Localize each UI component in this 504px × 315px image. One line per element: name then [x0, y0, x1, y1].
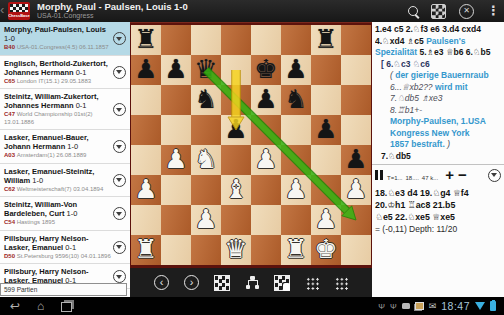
chat-notification-icon — [402, 303, 410, 310]
square-a2[interactable] — [131, 205, 161, 235]
square-d3[interactable]: ♝ — [221, 175, 251, 205]
piece-black-pawn-h4[interactable]: ♟ — [341, 145, 371, 175]
prev-move-button[interactable]: ‹ — [154, 275, 169, 290]
mail-notification-icon: ✉ — [429, 301, 437, 311]
notation-line: [ 6.♘c3 ♘c6 — [375, 59, 502, 71]
engine-lines-plus-button[interactable]: + — [445, 168, 454, 182]
game-detail: C47 World Championship 01st(2) 13.01.188… — [4, 111, 111, 126]
move-text[interactable]: 5.♗e3 ♕b6 6.♘b5 — [419, 47, 490, 57]
piece-black-king-e7[interactable]: ♚ — [251, 55, 281, 85]
square-d2[interactable] — [221, 205, 251, 235]
square-g7[interactable] — [311, 55, 341, 85]
piece-white-pawn-e4[interactable]: ♟ — [251, 145, 281, 175]
square-e5[interactable] — [251, 115, 281, 145]
square-h3[interactable]: ♟ — [341, 175, 371, 205]
square-f3[interactable]: ♟ — [281, 175, 311, 205]
square-b3[interactable] — [161, 175, 191, 205]
blindfold-pieces-icon[interactable] — [334, 276, 348, 290]
annotation-text: der gierige Bauernraub — [395, 70, 489, 80]
chevron-down-icon[interactable] — [113, 32, 126, 45]
board-mode-icon[interactable] — [214, 275, 230, 291]
engine-status-label: T=1... — [387, 175, 403, 181]
chevron-down-icon[interactable] — [113, 241, 126, 254]
square-g1[interactable]: ♚ — [311, 235, 341, 265]
square-f8[interactable] — [281, 25, 311, 55]
square-d7[interactable] — [221, 55, 251, 85]
piece-white-queen-d1[interactable]: ♛ — [221, 235, 251, 265]
notation-line: 7.♘db5 — [375, 151, 502, 163]
annotation-text: Paulsen's — [426, 36, 465, 46]
square-f7[interactable]: ♟ — [281, 55, 311, 85]
game-list-item-1[interactable]: Morphy, Paul-Paulsen, Louis 1-0B40 USA-0… — [0, 22, 130, 56]
back-caret[interactable]: ‹ — [0, 2, 4, 17]
eco-code: C54 — [4, 219, 17, 225]
game-players: Pillsbury, Harry Nelson-Lasker, Emanuel … — [4, 234, 111, 252]
piece-white-knight-c4[interactable]: ♞ — [191, 145, 221, 175]
square-c8[interactable] — [191, 25, 221, 55]
move-text[interactable]: [ 6.♘c3 ♘c6 — [381, 59, 430, 69]
square-d4[interactable] — [221, 145, 251, 175]
android-back-button[interactable]: ↩ — [10, 298, 20, 314]
engine-icon[interactable]: ✕ — [459, 4, 474, 19]
square-a8[interactable]: ♜ — [131, 25, 161, 55]
square-c6[interactable]: ♞ — [191, 85, 221, 115]
piece-white-bishop-d3[interactable]: ♝ — [221, 175, 251, 205]
variation-tree-icon[interactable] — [245, 276, 259, 290]
eco-code: C47 — [4, 111, 17, 117]
game-players: Lasker, Emanuel-Bauer, Johann Hermann 1-… — [4, 133, 111, 151]
piece-black-knight-c6[interactable]: ♞ — [191, 85, 221, 115]
piece-white-pawn-f3[interactable]: ♟ — [281, 175, 311, 205]
square-a4[interactable] — [131, 145, 161, 175]
square-f1[interactable]: ♜ — [281, 235, 311, 265]
system-bar: ↩ ⌂ Ψ Ψ ✉ 18:47 — [0, 297, 504, 315]
board: ♜♜♟♟♛♚♟♞♟♞♟♟♟♞♟♟♟♝♟♟♟♟♜♛♜♚ — [131, 25, 371, 265]
piece-white-pawn-h3[interactable]: ♟ — [341, 175, 371, 205]
setup-position-icon[interactable] — [274, 275, 290, 291]
move-text[interactable]: 7.♘db5 — [381, 151, 411, 161]
clock: 18:47 — [441, 300, 470, 312]
square-h4[interactable]: ♟ — [341, 145, 371, 175]
game-list-item-3[interactable]: Steinitz, William-Zukertort, Johannes He… — [0, 89, 130, 130]
square-e8[interactable] — [251, 25, 281, 55]
engine-lines-minus-button[interactable]: − — [458, 168, 467, 182]
square-e2[interactable] — [251, 205, 281, 235]
notation-line: 1857 bestraft. ) — [375, 139, 502, 151]
game-result: 0-1 — [76, 101, 87, 110]
notation: 1.e4 c5 2.♘f3 e6 3.d4 cxd44.♘xd4 ♗c5 Pau… — [372, 22, 504, 162]
move-text[interactable]: 4.♘xd4 ♗c5 — [375, 36, 426, 46]
square-f4[interactable] — [281, 145, 311, 175]
square-e1[interactable] — [251, 235, 281, 265]
engine-status-labels: T=1...18....47 k... — [387, 166, 441, 184]
game-list-item-5[interactable]: Lasker, Emanuel-Steinitz, William 1-0C62… — [0, 164, 130, 198]
annotation-text: 1857 bestraft. — [390, 139, 447, 149]
game-list-item-2[interactable]: Englisch, Berthold-Zukertort, Johannes H… — [0, 56, 130, 90]
square-g5[interactable]: ♟ — [311, 115, 341, 145]
notation-line: 7.♘db5 ♗xe3 — [375, 93, 502, 105]
overflow-menu-icon[interactable]: ⋮ — [487, 1, 500, 21]
eco-code: C62 — [4, 186, 17, 192]
square-b6[interactable] — [161, 85, 191, 115]
engine-status-label: 47 k... — [422, 175, 438, 181]
square-g6[interactable] — [311, 85, 341, 115]
square-c7[interactable]: ♛ — [191, 55, 221, 85]
usb-notification-icon: Ψ — [378, 302, 385, 311]
page-title: Morphy, Paul - Paulsen, Louis 1-0 — [37, 1, 188, 12]
piece-black-pawn-g5[interactable]: ♟ — [311, 115, 341, 145]
piece-black-knight-f6[interactable]: ♞ — [281, 85, 311, 115]
square-b8[interactable] — [161, 25, 191, 55]
board-toolbar: ‹ › — [130, 268, 372, 297]
piece-white-rook-a1[interactable]: ♜ — [131, 235, 161, 265]
square-b2[interactable] — [161, 205, 191, 235]
engine-status-label: 18.... — [406, 175, 419, 181]
game-detail: C54 Hastings 1895 — [4, 219, 111, 227]
piece-black-rook-g8[interactable]: ♜ — [311, 25, 341, 55]
square-d6[interactable] — [221, 85, 251, 115]
notation-line: 6...♕xb2?? wird mit — [375, 82, 502, 94]
move-text[interactable]: 7.♘db5 ♗xe3 — [390, 93, 443, 103]
chevron-down-icon[interactable] — [113, 140, 126, 153]
game-list-item-7[interactable]: Pillsbury, Harry Nelson-Lasker, Emanuel … — [0, 231, 130, 265]
page-subtitle: USA-01.Congress — [37, 12, 188, 20]
square-c2[interactable]: ♟ — [191, 205, 221, 235]
square-c1[interactable] — [191, 235, 221, 265]
game-detail: C62 Weltmeisterschaft(7) 03.04.1894 — [4, 186, 111, 194]
game-result: 1-0 — [67, 142, 78, 151]
square-f6[interactable]: ♞ — [281, 85, 311, 115]
game-result: 0-1 — [65, 243, 76, 252]
chevron-down-icon[interactable] — [113, 174, 126, 187]
notation-line: ( der gierige Bauernraub — [375, 70, 502, 82]
engine-eval: = (-0,11) Depth: 11/20 — [375, 223, 502, 235]
eco-code: B40 — [4, 44, 17, 50]
square-f5[interactable] — [281, 115, 311, 145]
square-d1[interactable]: ♛ — [221, 235, 251, 265]
chevron-down-icon[interactable] — [113, 66, 126, 79]
engine-pv-line[interactable]: 20.♔h1 ♖ac8 21.b5 — [375, 199, 502, 211]
chevron-down-icon[interactable] — [113, 207, 126, 220]
piece-black-pawn-d5[interactable]: ♟ — [221, 115, 251, 145]
next-move-button[interactable]: › — [184, 275, 199, 290]
usb-debug-icon: Ψ — [390, 302, 397, 311]
game-result: 1-0 — [67, 209, 78, 218]
square-e4[interactable]: ♟ — [251, 145, 281, 175]
app-logo-chessbase[interactable]: ChessBase — [8, 2, 30, 20]
engine-toolbar: T=1...18....47 k... + − — [372, 164, 504, 185]
search-icon[interactable] — [408, 6, 418, 16]
piece-white-pawn-g2[interactable]: ♟ — [311, 205, 341, 235]
square-h7[interactable] — [341, 55, 371, 85]
piece-white-pawn-c2[interactable]: ♟ — [191, 205, 221, 235]
game-result: 1-0 — [4, 34, 15, 43]
square-h5[interactable] — [341, 115, 371, 145]
piece-black-pawn-e6[interactable]: ♟ — [251, 85, 281, 115]
board-frame: ♜♜♟♟♛♚♟♞♟♞♟♟♟♞♟♟♟♝♟♟♟♟♜♛♜♚ — [130, 22, 372, 268]
game-players: Steinitz, William-Von Bardeleben, Curt 1… — [4, 200, 111, 218]
game-detail: D50 St.Petersburg 9596(10) 04.01.1896 — [4, 253, 111, 261]
game-list-item-4[interactable]: Lasker, Emanuel-Bauer, Johann Hermann 1-… — [0, 130, 130, 164]
annotation-text: Kongress New York — [390, 128, 470, 138]
game-count-status: 599 Partien — [0, 283, 127, 296]
game-detail: C65 London IT(15.1) 29.05.1883 — [4, 78, 111, 86]
notation-line: Spezialität 5.♗e3 ♕b6 6.♘b5 — [375, 47, 502, 59]
game-players: Steinitz, William-Zukertort, Johannes He… — [4, 92, 111, 110]
game-players: Englisch, Berthold-Zukertort, Johannes H… — [4, 59, 111, 77]
annotation-text: wird mit — [435, 82, 468, 92]
logo-checkerboard — [10, 4, 28, 12]
square-e6[interactable]: ♟ — [251, 85, 281, 115]
notation-panel: 1.e4 c5 2.♘f3 e6 3.d4 cxd44.♘xd4 ♗c5 Pau… — [372, 22, 504, 297]
square-c3[interactable] — [191, 175, 221, 205]
eco-code: C65 — [4, 78, 17, 84]
game-detail: B40 USA-01.Congress(4.5) 06.11.1857 — [4, 44, 111, 52]
square-h2[interactable] — [341, 205, 371, 235]
square-d5[interactable]: ♟ — [221, 115, 251, 145]
android-home-button[interactable]: ⌂ — [37, 298, 44, 314]
square-c5[interactable] — [191, 115, 221, 145]
square-a5[interactable] — [131, 115, 161, 145]
engine-dropdown-icon[interactable] — [488, 169, 501, 182]
piece-black-pawn-f7[interactable]: ♟ — [281, 55, 311, 85]
game-list-item-6[interactable]: Steinitz, William-Von Bardeleben, Curt 1… — [0, 197, 130, 231]
game-detail: A03 Amsterdam(1) 26.08.1889 — [4, 152, 111, 160]
chevron-down-icon[interactable] — [113, 103, 126, 116]
piece-white-king-g1[interactable]: ♚ — [311, 235, 341, 265]
square-d8[interactable] — [221, 25, 251, 55]
piece-black-pawn-a7[interactable]: ♟ — [131, 55, 161, 85]
square-h8[interactable] — [341, 25, 371, 55]
game-players: Lasker, Emanuel-Steinitz, William 1-0 — [4, 167, 111, 185]
square-b7[interactable]: ♟ — [161, 55, 191, 85]
notation-line: 1.e4 c5 2.♘f3 e6 3.d4 cxd4 — [375, 24, 502, 36]
annotation-text: Spezialität — [375, 47, 419, 57]
logo-brand-text: ChessBase — [8, 13, 30, 18]
square-g3[interactable] — [311, 175, 341, 205]
notation-line: 4.♘xd4 ♗c5 Paulsen's — [375, 36, 502, 48]
notation-line: Kongress New York — [375, 128, 502, 140]
engine-pv-line[interactable]: ♘e5 22.♘xe5 ♕xe5 — [375, 211, 502, 223]
square-a7[interactable]: ♟ — [131, 55, 161, 85]
square-g4[interactable] — [311, 145, 341, 175]
blindfold-board-icon[interactable] — [305, 276, 319, 290]
android-recents-button[interactable] — [61, 302, 72, 312]
engine-pause-button[interactable] — [375, 170, 383, 180]
piece-white-pawn-b4[interactable]: ♟ — [161, 145, 191, 175]
square-b5[interactable] — [161, 115, 191, 145]
wifi-icon — [475, 302, 485, 310]
move-text[interactable]: 1.e4 c5 2.♘f3 e6 3.d4 cxd4 — [375, 24, 481, 34]
game-result: 1-0 — [32, 176, 43, 185]
piece-black-pawn-b7[interactable]: ♟ — [161, 55, 191, 85]
move-text[interactable]: 8.♖b1+- — [390, 105, 422, 115]
square-f2[interactable] — [281, 205, 311, 235]
battery-icon — [490, 301, 496, 311]
square-b1[interactable] — [161, 235, 191, 265]
square-h6[interactable] — [341, 85, 371, 115]
move-text[interactable]: 6...♕xb2?? — [390, 82, 435, 92]
square-g2[interactable]: ♟ — [311, 205, 341, 235]
board-view-icon[interactable] — [431, 4, 446, 19]
gallery-notification-icon — [415, 302, 424, 311]
piece-black-queen-c7[interactable]: ♛ — [191, 55, 221, 85]
engine-pv-line[interactable]: 18.♘e3 d4 19.♘g4 ♕f4 — [375, 187, 502, 199]
square-a3[interactable]: ♟ — [131, 175, 161, 205]
game-result: 0-1 — [76, 68, 87, 77]
piece-black-rook-a8[interactable]: ♜ — [131, 25, 161, 55]
square-g8[interactable]: ♜ — [311, 25, 341, 55]
status-tray[interactable]: Ψ Ψ ✉ 18:47 — [378, 300, 504, 312]
titles: Morphy, Paul - Paulsen, Louis 1-0 USA-01… — [37, 1, 188, 20]
game-players: Morphy, Paul-Paulsen, Louis 1-0 — [4, 25, 111, 43]
piece-white-rook-f1[interactable]: ♜ — [281, 235, 311, 265]
annotation-text: Morphy-Paulsen, 1.USA — [390, 116, 486, 126]
chevron-down-icon[interactable] — [113, 270, 126, 283]
notation-line: Morphy-Paulsen, 1.USA — [375, 116, 502, 128]
square-a6[interactable] — [131, 85, 161, 115]
square-c4[interactable]: ♞ — [191, 145, 221, 175]
action-bar: ‹ ChessBase Morphy, Paul - Paulsen, Loui… — [0, 0, 504, 23]
square-b4[interactable]: ♟ — [161, 145, 191, 175]
game-list: Morphy, Paul-Paulsen, Louis 1-0B40 USA-0… — [0, 22, 130, 297]
eco-code: A03 — [4, 152, 17, 158]
notation-line: 8.♖b1+- — [375, 105, 502, 117]
engine-pv: 18.♘e3 d4 19.♘g4 ♕f420.♔h1 ♖ac8 21.b5♘e5… — [372, 185, 504, 235]
piece-white-pawn-a3[interactable]: ♟ — [131, 175, 161, 205]
eco-code: D50 — [4, 253, 17, 259]
square-e3[interactable] — [251, 175, 281, 205]
move-text[interactable]: ) — [447, 139, 450, 149]
square-a1[interactable]: ♜ — [131, 235, 161, 265]
square-e7[interactable]: ♚ — [251, 55, 281, 85]
square-h1[interactable] — [341, 235, 371, 265]
